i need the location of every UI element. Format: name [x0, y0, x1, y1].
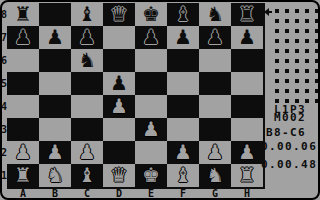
rank-label-2: 2: [0, 141, 8, 164]
file-label-d: D: [103, 188, 135, 199]
sidebar-dot-grid: [275, 9, 319, 103]
clock-top: 0.00.06: [261, 142, 317, 151]
dot: [275, 19, 279, 23]
square-b2[interactable]: ♟: [39, 141, 71, 164]
black-pawn-icon[interactable]: ♟: [46, 26, 64, 49]
white-pawn-icon[interactable]: ♟: [110, 95, 128, 118]
white-knight-icon[interactable]: ♞: [206, 164, 224, 187]
dot: [305, 49, 309, 53]
square-b6[interactable]: [39, 49, 71, 72]
square-g3[interactable]: [199, 118, 231, 141]
square-d8[interactable]: ♛: [103, 3, 135, 26]
dot: [315, 79, 319, 83]
dot: [285, 39, 289, 43]
black-bishop-icon[interactable]: ♝: [174, 3, 192, 26]
white-pawn-icon[interactable]: ♟: [14, 141, 32, 164]
dot: [295, 59, 299, 63]
white-pawn-icon[interactable]: ♟: [78, 141, 96, 164]
file-label-e: E: [135, 188, 167, 199]
square-h7[interactable]: ♟: [231, 26, 263, 49]
square-h6[interactable]: [231, 49, 263, 72]
square-c2[interactable]: ♟: [71, 141, 103, 164]
file-label-b: B: [39, 188, 71, 199]
white-bishop-icon[interactable]: ♝: [78, 164, 96, 187]
square-b3[interactable]: [39, 118, 71, 141]
square-e2[interactable]: [135, 141, 167, 164]
rank-label-3: 3: [0, 118, 8, 141]
square-e1[interactable]: ♚: [135, 164, 167, 187]
dot: [315, 9, 319, 13]
square-c5[interactable]: [71, 72, 103, 95]
square-a6[interactable]: [7, 49, 39, 72]
dot: [305, 39, 309, 43]
dot: [295, 69, 299, 73]
square-g8[interactable]: ♞: [199, 3, 231, 26]
dot: [295, 29, 299, 33]
dot: [275, 49, 279, 53]
square-f4[interactable]: [167, 95, 199, 118]
square-a7[interactable]: ♟: [7, 26, 39, 49]
white-pawn-icon[interactable]: ♟: [46, 141, 64, 164]
square-d5[interactable]: ♟: [103, 72, 135, 95]
square-c6[interactable]: ♞: [71, 49, 103, 72]
rank-label-4: 4: [0, 95, 8, 118]
white-pawn-icon[interactable]: ♟: [174, 141, 192, 164]
square-b1[interactable]: ♞: [39, 164, 71, 187]
square-f8[interactable]: ♝: [167, 3, 199, 26]
rank-label-1: 1: [0, 164, 8, 187]
dot: [295, 89, 299, 93]
black-knight-icon[interactable]: ♞: [78, 49, 96, 72]
white-pawn-icon[interactable]: ♟: [238, 141, 256, 164]
square-e4[interactable]: [135, 95, 167, 118]
black-queen-icon[interactable]: ♛: [110, 3, 128, 26]
square-d3[interactable]: [103, 118, 135, 141]
square-g5[interactable]: [199, 72, 231, 95]
square-h4[interactable]: [231, 95, 263, 118]
black-pawn-icon[interactable]: ♟: [174, 26, 192, 49]
dot: [315, 39, 319, 43]
square-d2[interactable]: [103, 141, 135, 164]
dot: [305, 29, 309, 33]
dot: [275, 89, 279, 93]
square-f3[interactable]: [167, 118, 199, 141]
dot: [275, 59, 279, 63]
dot: [315, 89, 319, 93]
square-c1[interactable]: ♝: [71, 164, 103, 187]
square-f7[interactable]: ♟: [167, 26, 199, 49]
rank-label-5: 5: [0, 72, 8, 95]
square-a8[interactable]: ♜: [7, 3, 39, 26]
square-b4[interactable]: [39, 95, 71, 118]
dot: [285, 49, 289, 53]
square-a3[interactable]: [7, 118, 39, 141]
rank-label-8: 8: [0, 3, 8, 26]
square-a5[interactable]: [7, 72, 39, 95]
square-c3[interactable]: [71, 118, 103, 141]
black-knight-icon[interactable]: ♞: [206, 3, 224, 26]
square-e3[interactable]: ♟: [135, 118, 167, 141]
square-h2[interactable]: ♟: [231, 141, 263, 164]
dot: [305, 89, 309, 93]
dot: [305, 79, 309, 83]
dot: [315, 69, 319, 73]
dot: [315, 29, 319, 33]
square-f6[interactable]: [167, 49, 199, 72]
dot: [285, 89, 289, 93]
square-b5[interactable]: [39, 72, 71, 95]
black-rook-icon[interactable]: ♜: [14, 3, 32, 26]
black-pawn-icon[interactable]: ♟: [14, 26, 32, 49]
dot: [295, 9, 299, 13]
black-pawn-icon[interactable]: ♟: [206, 26, 224, 49]
dot: [295, 19, 299, 23]
square-h5[interactable]: [231, 72, 263, 95]
black-bishop-icon[interactable]: ♝: [78, 3, 96, 26]
square-c8[interactable]: ♝: [71, 3, 103, 26]
dot: [285, 19, 289, 23]
clock-bottom: 0.00.48: [261, 160, 317, 169]
white-pawn-icon[interactable]: ♟: [206, 141, 224, 164]
square-a1[interactable]: ♜: [7, 164, 39, 187]
file-labels: ABCDEFGH: [7, 188, 263, 199]
square-g7[interactable]: ♟: [199, 26, 231, 49]
square-g6[interactable]: [199, 49, 231, 72]
square-g1[interactable]: ♞: [199, 164, 231, 187]
dot: [275, 9, 279, 13]
dot: [295, 79, 299, 83]
dot: [295, 39, 299, 43]
dot: [285, 29, 289, 33]
black-rook-icon[interactable]: ♜: [238, 3, 256, 26]
file-label-g: G: [199, 188, 231, 199]
square-a4[interactable]: [7, 95, 39, 118]
black-king-icon[interactable]: ♚: [142, 3, 160, 26]
square-f1[interactable]: ♝: [167, 164, 199, 187]
rank-label-7: 7: [0, 26, 8, 49]
white-rook-icon[interactable]: ♜: [238, 164, 256, 187]
square-d4[interactable]: ♟: [103, 95, 135, 118]
dot: [285, 79, 289, 83]
file-label-c: C: [71, 188, 103, 199]
white-king-icon[interactable]: ♚: [142, 164, 160, 187]
file-label-h: H: [231, 188, 263, 199]
board[interactable]: ♜♝♛♚♝♞♜♟♟♟♟♟♟♟♞♟♟♟♟♟♟♟♟♟♜♞♝♛♚♝♞♜: [7, 3, 265, 189]
square-e7[interactable]: ♟: [135, 26, 167, 49]
white-queen-icon[interactable]: ♛: [110, 164, 128, 187]
dot: [305, 9, 309, 13]
rank-label-6: 6: [0, 49, 8, 72]
dot: [275, 69, 279, 73]
white-knight-icon[interactable]: ♞: [46, 164, 64, 187]
last-move-display: B8-C6: [266, 128, 306, 137]
side-to-move-arrow-icon: [264, 8, 272, 16]
square-b7[interactable]: ♟: [39, 26, 71, 49]
dot: [305, 69, 309, 73]
rank-labels: 87654321: [0, 3, 7, 187]
square-b8[interactable]: [39, 3, 71, 26]
dot: [275, 29, 279, 33]
black-pawn-icon[interactable]: ♟: [142, 26, 160, 49]
file-label-f: F: [167, 188, 199, 199]
square-h8[interactable]: ♜: [231, 3, 263, 26]
black-pawn-icon[interactable]: ♟: [238, 26, 256, 49]
square-h3[interactable]: [231, 118, 263, 141]
square-c4[interactable]: [71, 95, 103, 118]
square-c7[interactable]: ♟: [71, 26, 103, 49]
dot: [305, 59, 309, 63]
square-g2[interactable]: ♟: [199, 141, 231, 164]
dot: [315, 59, 319, 63]
black-pawn-icon[interactable]: ♟: [110, 72, 128, 95]
square-e5[interactable]: [135, 72, 167, 95]
square-a2[interactable]: ♟: [7, 141, 39, 164]
white-pawn-icon[interactable]: ♟: [142, 118, 160, 141]
square-d1[interactable]: ♛: [103, 164, 135, 187]
dot: [315, 49, 319, 53]
dot: [315, 19, 319, 23]
arrow-tail: [269, 11, 272, 13]
white-bishop-icon[interactable]: ♝: [174, 164, 192, 187]
square-e8[interactable]: ♚: [135, 3, 167, 26]
square-e6[interactable]: [135, 49, 167, 72]
dot: [285, 59, 289, 63]
chess-program-screen: 87654321 ♜♝♛♚♝♞♜♟♟♟♟♟♟♟♞♟♟♟♟♟♟♟♟♟♜♞♝♛♚♝♞…: [0, 0, 320, 200]
dot: [285, 9, 289, 13]
white-rook-icon[interactable]: ♜: [14, 164, 32, 187]
file-label-a: A: [7, 188, 39, 199]
dot: [305, 19, 309, 23]
black-pawn-icon[interactable]: ♟: [78, 26, 96, 49]
square-f2[interactable]: ♟: [167, 141, 199, 164]
square-h1[interactable]: ♜: [231, 164, 263, 187]
dot: [275, 39, 279, 43]
square-d7[interactable]: [103, 26, 135, 49]
dot: [285, 69, 289, 73]
move-counter: M002: [274, 113, 306, 122]
dot: [315, 99, 319, 103]
dot: [275, 79, 279, 83]
square-d6[interactable]: [103, 49, 135, 72]
dot: [295, 49, 299, 53]
square-g4[interactable]: [199, 95, 231, 118]
square-f5[interactable]: [167, 72, 199, 95]
